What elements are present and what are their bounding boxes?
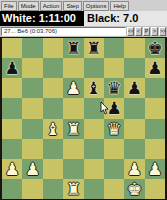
piece-black-pawn-g6[interactable]: ♟	[124, 78, 144, 98]
square-c6[interactable]	[43, 78, 63, 98]
square-e7[interactable]	[84, 58, 104, 78]
white-clock[interactable]: White: 1:11:00	[0, 11, 84, 26]
rewind-to-start-button[interactable]: <<	[127, 27, 134, 36]
square-a7[interactable]: ♟	[2, 58, 22, 78]
piece-black-king-h8[interactable]: ♚	[145, 38, 165, 58]
square-c3[interactable]	[43, 139, 63, 159]
piece-white-bishop-c4[interactable]: ♝	[43, 119, 63, 139]
piece-white-pawn-d6[interactable]: ♟	[63, 78, 83, 98]
square-f3[interactable]	[104, 139, 124, 159]
square-b8[interactable]	[22, 38, 42, 58]
square-d2[interactable]	[63, 159, 83, 179]
back-button[interactable]: <	[135, 27, 142, 36]
square-g3[interactable]	[124, 139, 144, 159]
square-e1[interactable]	[84, 179, 104, 199]
black-clock-label: Black:	[87, 12, 123, 24]
square-b3[interactable]	[22, 139, 42, 159]
square-d1[interactable]: ♜	[63, 179, 83, 199]
square-d6[interactable]: ♟	[63, 78, 83, 98]
fast-forward-button[interactable]: >>	[159, 27, 166, 36]
mouse-cursor-icon	[100, 102, 109, 115]
square-b1[interactable]	[22, 179, 42, 199]
black-clock[interactable]: Black: 7.0	[84, 11, 167, 26]
square-a2[interactable]: ♟	[2, 159, 22, 179]
move-message-field[interactable]: 27... Be6 (0:03.706)	[1, 27, 126, 36]
menu-step[interactable]: Step	[63, 1, 81, 11]
square-a1[interactable]	[2, 179, 22, 199]
square-f6[interactable]: ♛	[104, 78, 124, 98]
square-e8[interactable]: ♜	[84, 38, 104, 58]
square-b6[interactable]	[22, 78, 42, 98]
piece-white-pawn-a2[interactable]: ♟	[2, 159, 22, 179]
chess-board: ♜♜♚♟♟♟♝♛♟♟♝♜♛♟♟♟♟♜♚	[2, 38, 165, 199]
forward-button[interactable]: >	[151, 27, 158, 36]
square-e3[interactable]	[84, 139, 104, 159]
menu-bar: File Mode Action Step Options Help	[0, 0, 167, 11]
board-frame: ♜♜♚♟♟♟♝♛♟♟♝♜♛♟♟♟♟♜♚	[0, 37, 167, 200]
square-g4[interactable]	[124, 119, 144, 139]
square-d4[interactable]: ♜	[63, 119, 83, 139]
piece-white-rook-d1[interactable]: ♜	[63, 179, 83, 199]
square-h7[interactable]: ♟	[145, 58, 165, 78]
piece-black-queen-f6[interactable]: ♛	[104, 78, 124, 98]
square-e4[interactable]	[84, 119, 104, 139]
menu-mode[interactable]: Mode	[18, 1, 39, 11]
square-h3[interactable]	[145, 139, 165, 159]
square-g1[interactable]: ♚	[124, 179, 144, 199]
square-e2[interactable]	[84, 159, 104, 179]
square-d8[interactable]: ♜	[63, 38, 83, 58]
piece-white-pawn-g2[interactable]: ♟	[124, 159, 144, 179]
square-b7[interactable]	[22, 58, 42, 78]
menu-options[interactable]: Options	[83, 1, 110, 11]
square-g5[interactable]	[124, 98, 144, 118]
white-clock-time: 1:11:00	[39, 12, 76, 24]
square-b4[interactable]	[22, 119, 42, 139]
square-h4[interactable]	[145, 119, 165, 139]
square-h1[interactable]	[145, 179, 165, 199]
piece-black-bishop-e6[interactable]: ♝	[84, 78, 104, 98]
square-c7[interactable]	[43, 58, 63, 78]
piece-black-rook-d8[interactable]: ♜	[63, 38, 83, 58]
square-h2[interactable]: ♟	[145, 159, 165, 179]
square-b5[interactable]	[22, 98, 42, 118]
square-c1[interactable]	[43, 179, 63, 199]
square-d3[interactable]	[63, 139, 83, 159]
white-clock-label: White:	[2, 12, 39, 24]
square-d7[interactable]	[63, 58, 83, 78]
square-c8[interactable]	[43, 38, 63, 58]
piece-black-pawn-a7[interactable]: ♟	[2, 58, 22, 78]
message-row: 27... Be6 (0:03.706) << < P > >>	[0, 26, 167, 37]
square-f8[interactable]	[104, 38, 124, 58]
menu-file[interactable]: File	[1, 1, 17, 11]
square-a8[interactable]	[2, 38, 22, 58]
square-g2[interactable]: ♟	[124, 159, 144, 179]
piece-white-king-g1[interactable]: ♚	[124, 179, 144, 199]
menu-help[interactable]: Help	[110, 1, 128, 11]
square-h8[interactable]: ♚	[145, 38, 165, 58]
square-h5[interactable]	[145, 98, 165, 118]
piece-black-rook-e8[interactable]: ♜	[84, 38, 104, 58]
square-a5[interactable]	[2, 98, 22, 118]
square-h6[interactable]	[145, 78, 165, 98]
square-b2[interactable]: ♟	[22, 159, 42, 179]
piece-white-pawn-b2[interactable]: ♟	[22, 159, 42, 179]
piece-black-pawn-h7[interactable]: ♟	[145, 58, 165, 78]
piece-white-pawn-h2[interactable]: ♟	[145, 159, 165, 179]
square-c5[interactable]	[43, 98, 63, 118]
square-g6[interactable]: ♟	[124, 78, 144, 98]
square-c2[interactable]	[43, 159, 63, 179]
square-a3[interactable]	[2, 139, 22, 159]
square-g8[interactable]	[124, 38, 144, 58]
piece-white-rook-d4[interactable]: ♜	[63, 119, 83, 139]
square-f2[interactable]	[104, 159, 124, 179]
black-clock-time: 7.0	[123, 12, 138, 24]
square-g7[interactable]	[124, 58, 144, 78]
clock-bar: White: 1:11:00 Black: 7.0	[0, 11, 167, 26]
square-a4[interactable]	[2, 119, 22, 139]
piece-white-queen-f4[interactable]: ♛	[104, 119, 124, 139]
square-e6[interactable]: ♝	[84, 78, 104, 98]
square-c4[interactable]: ♝	[43, 119, 63, 139]
square-a6[interactable]	[2, 78, 22, 98]
square-f1[interactable]	[104, 179, 124, 199]
menu-action[interactable]: Action	[40, 1, 63, 11]
pause-button[interactable]: P	[143, 27, 150, 36]
winboard-window: File Mode Action Step Options Help White…	[0, 0, 167, 200]
square-f4[interactable]: ♛	[104, 119, 124, 139]
square-f7[interactable]	[104, 58, 124, 78]
square-d5[interactable]	[63, 98, 83, 118]
